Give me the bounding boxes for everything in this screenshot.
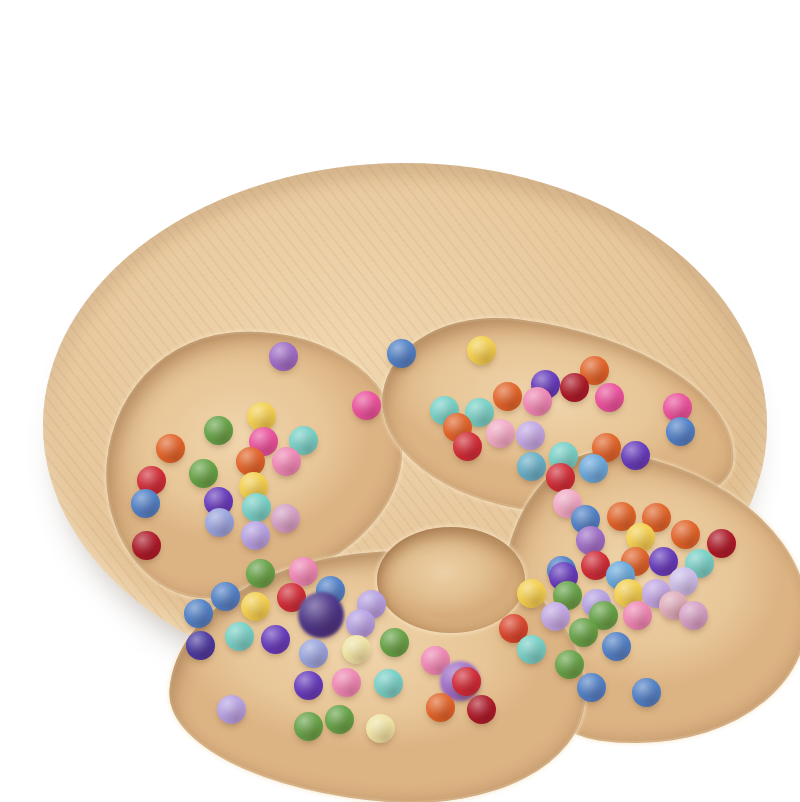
felt-ball-lilac[interactable] <box>541 602 570 631</box>
balls-layer <box>43 163 767 687</box>
felt-ball-indigo[interactable] <box>186 631 215 660</box>
felt-ball-green[interactable] <box>204 416 233 445</box>
felt-ball-blue[interactable] <box>602 632 631 661</box>
felt-ball-teal-blue[interactable] <box>517 452 546 481</box>
felt-ball-dark-red[interactable] <box>467 695 496 724</box>
felt-ball-green[interactable] <box>246 559 275 588</box>
felt-ball-dark-purple[interactable] <box>298 592 344 638</box>
felt-ball-blue[interactable] <box>387 339 416 368</box>
felt-ball-light-pink[interactable] <box>486 419 515 448</box>
felt-ball-pink[interactable] <box>623 601 652 630</box>
felt-ball-lilac[interactable] <box>516 421 545 450</box>
sorting-tray-scene <box>0 0 800 802</box>
felt-ball-green[interactable] <box>555 650 584 679</box>
felt-ball-turquoise[interactable] <box>374 669 403 698</box>
felt-ball-blue[interactable] <box>577 673 606 702</box>
felt-ball-orange[interactable] <box>156 434 185 463</box>
felt-ball-blue[interactable] <box>211 582 240 611</box>
felt-ball-blue[interactable] <box>632 678 661 707</box>
felt-ball-periwinkle[interactable] <box>205 508 234 537</box>
felt-ball-pale-yellow[interactable] <box>366 714 395 743</box>
felt-ball-orange[interactable] <box>236 447 265 476</box>
felt-ball-blue[interactable] <box>131 489 160 518</box>
felt-ball-mauve[interactable] <box>271 504 300 533</box>
felt-ball-red[interactable] <box>546 463 575 492</box>
felt-ball-lavender[interactable] <box>241 521 270 550</box>
felt-ball-yellow[interactable] <box>467 336 496 365</box>
felt-ball-pink[interactable] <box>523 387 552 416</box>
felt-ball-green[interactable] <box>325 705 354 734</box>
felt-ball-dark-red[interactable] <box>560 373 589 402</box>
felt-ball-orange[interactable] <box>426 693 455 722</box>
felt-ball-hot-pink[interactable] <box>352 391 381 420</box>
felt-ball-green[interactable] <box>569 618 598 647</box>
felt-ball-green[interactable] <box>294 712 323 741</box>
felt-ball-purple[interactable] <box>621 441 650 470</box>
felt-ball-turquoise[interactable] <box>242 493 271 522</box>
felt-ball-orchid[interactable] <box>269 342 298 371</box>
felt-ball-blue[interactable] <box>666 417 695 446</box>
felt-ball-green[interactable] <box>189 459 218 488</box>
wooden-tray <box>43 163 767 687</box>
felt-ball-orchid[interactable] <box>576 526 605 555</box>
felt-ball-yellow[interactable] <box>517 579 546 608</box>
felt-ball-dark-red[interactable] <box>707 529 736 558</box>
felt-ball-pink[interactable] <box>289 557 318 586</box>
felt-ball-hot-pink[interactable] <box>595 383 624 412</box>
felt-ball-turquoise[interactable] <box>225 622 254 651</box>
felt-ball-yellow[interactable] <box>241 592 270 621</box>
felt-ball-red[interactable] <box>453 432 482 461</box>
felt-ball-pink[interactable] <box>332 668 361 697</box>
felt-ball-periwinkle[interactable] <box>299 639 328 668</box>
felt-ball-purple[interactable] <box>261 625 290 654</box>
felt-ball-turquoise[interactable] <box>517 635 546 664</box>
felt-ball-orange[interactable] <box>671 520 700 549</box>
felt-ball-dark-red[interactable] <box>132 531 161 560</box>
felt-ball-lavender[interactable] <box>346 609 375 638</box>
felt-ball-pale-yellow[interactable] <box>342 635 371 664</box>
felt-ball-lavender[interactable] <box>217 695 246 724</box>
felt-ball-blue[interactable] <box>184 599 213 628</box>
felt-ball-purple[interactable] <box>294 671 323 700</box>
felt-ball-mauve[interactable] <box>679 601 708 630</box>
felt-ball-red[interactable] <box>452 667 481 696</box>
felt-ball-orange[interactable] <box>493 382 522 411</box>
felt-ball-sky-blue[interactable] <box>579 454 608 483</box>
felt-ball-green[interactable] <box>380 628 409 657</box>
felt-ball-pink[interactable] <box>272 447 301 476</box>
